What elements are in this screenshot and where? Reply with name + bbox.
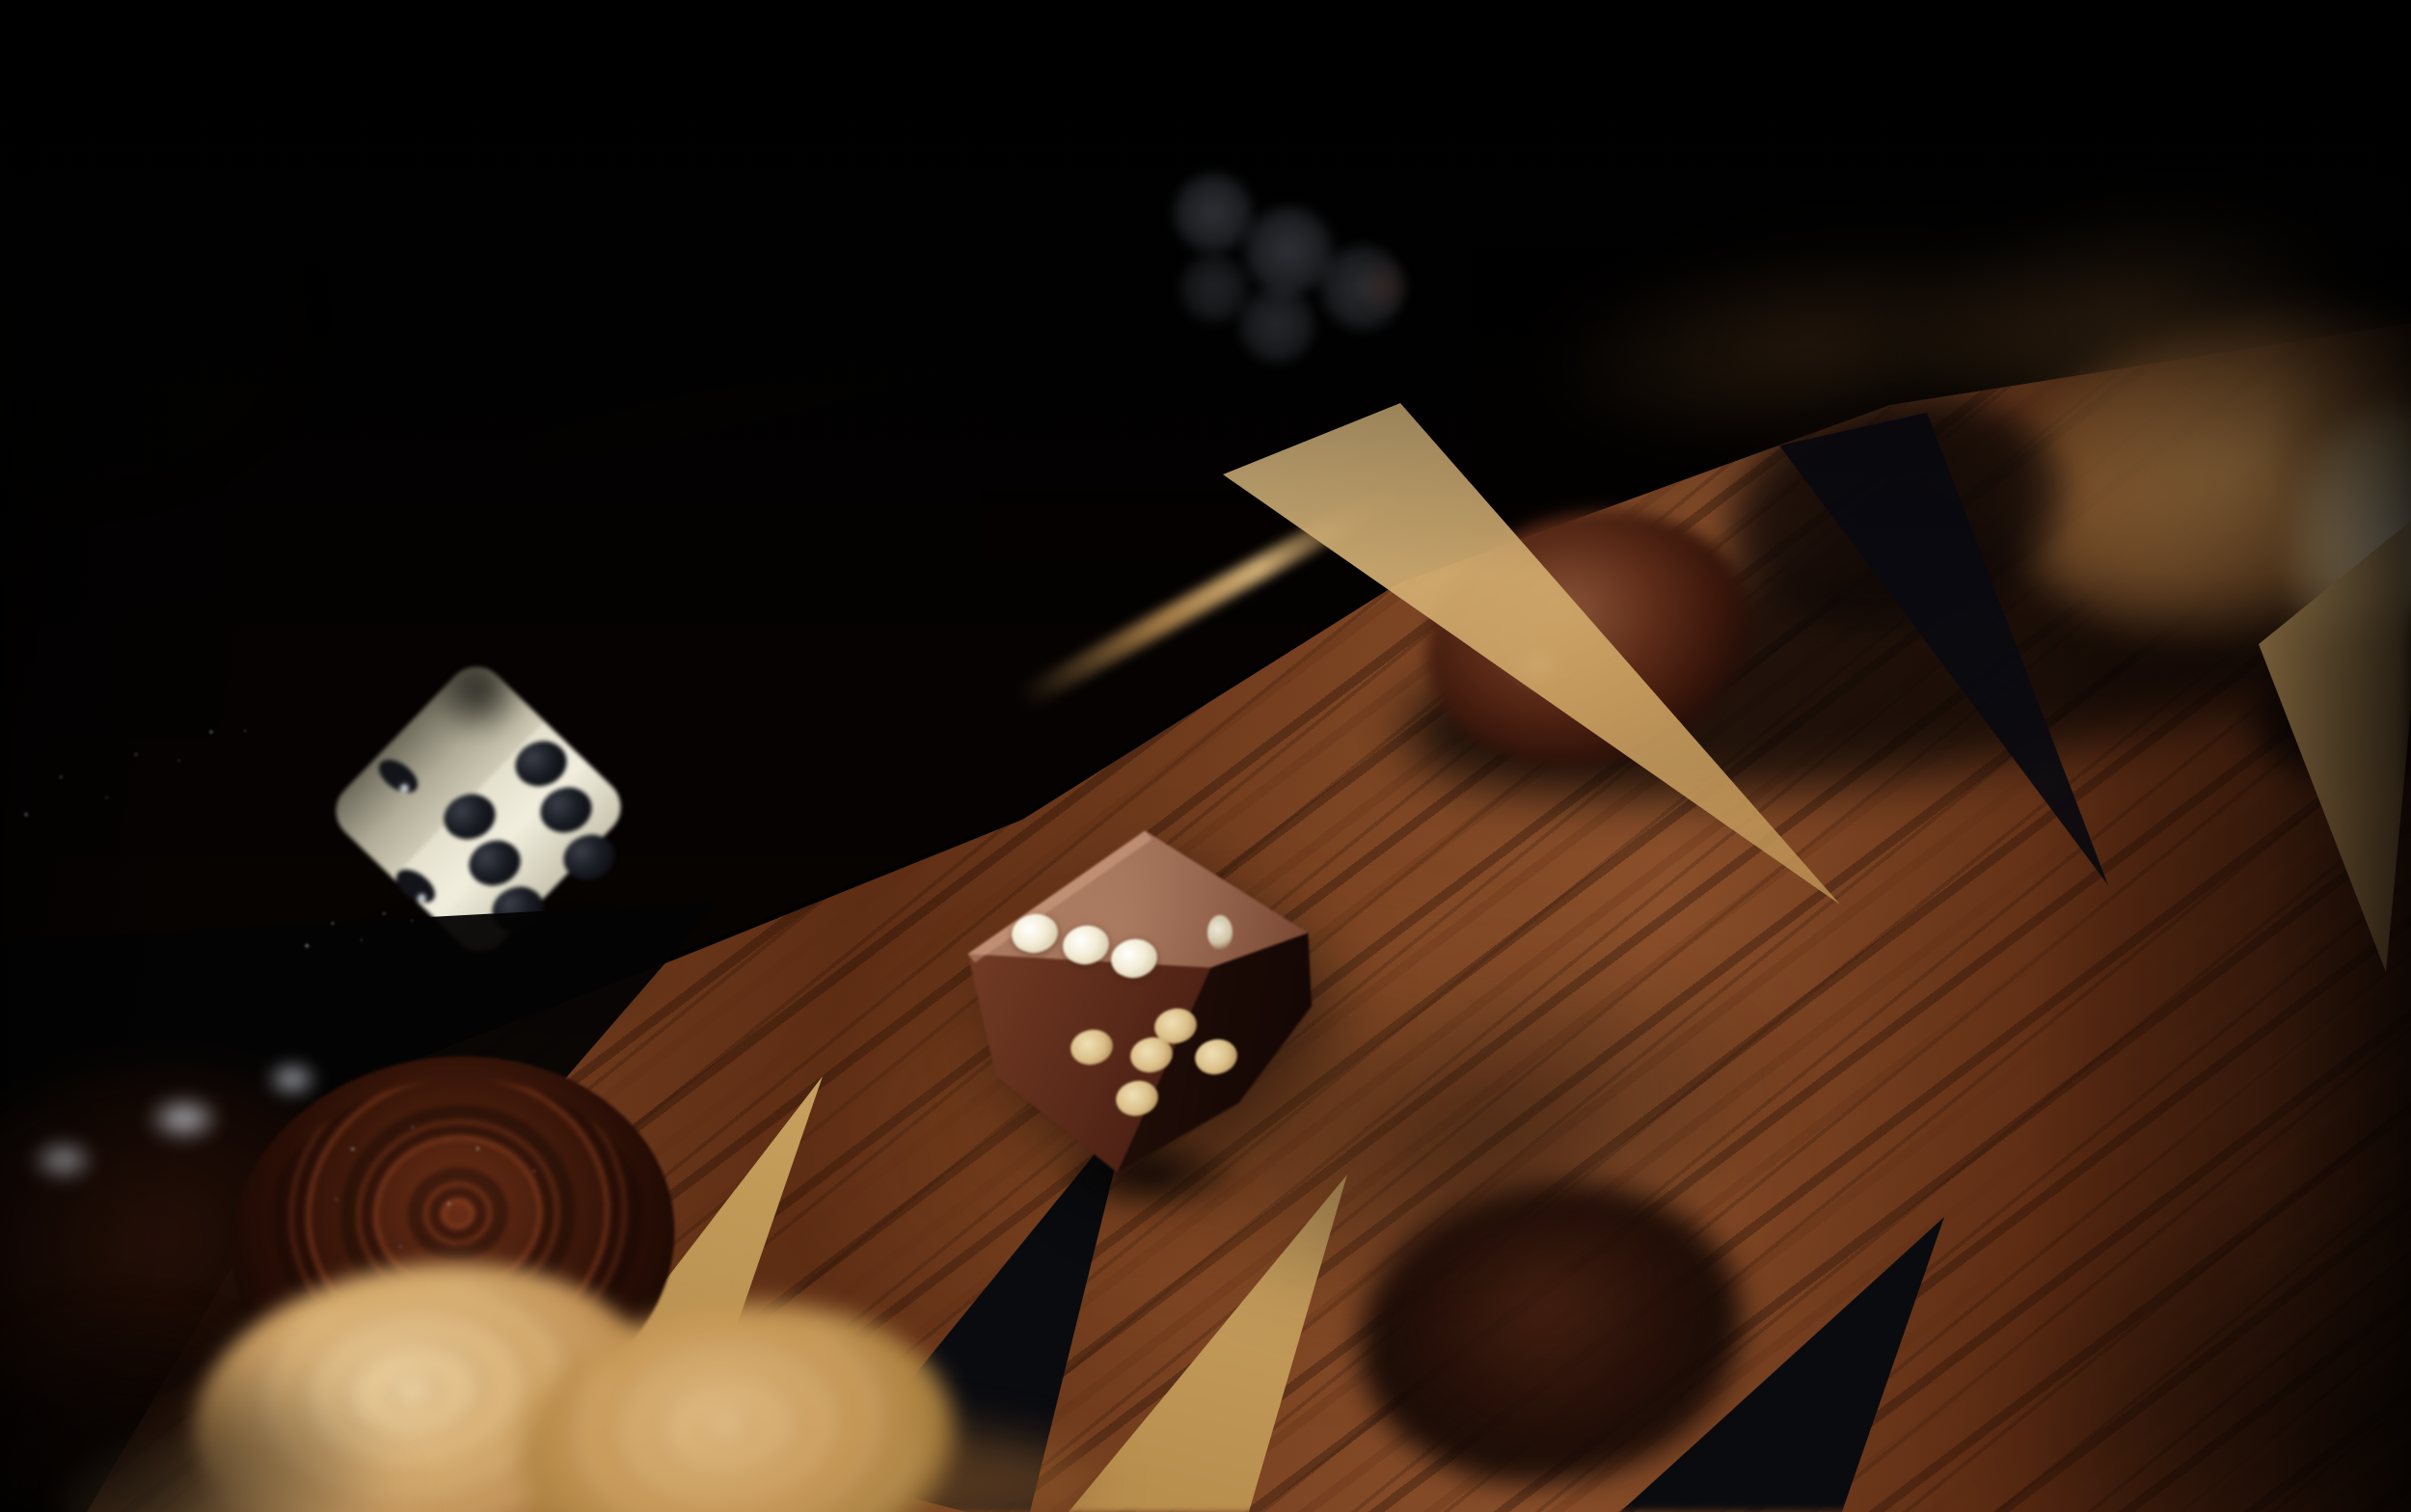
bokeh-highlight: [1237, 285, 1316, 364]
bokeh-highlight: [1355, 258, 1413, 316]
bokeh-highlight: [1178, 253, 1250, 324]
backgammon-photo-stage: [0, 0, 2411, 1512]
